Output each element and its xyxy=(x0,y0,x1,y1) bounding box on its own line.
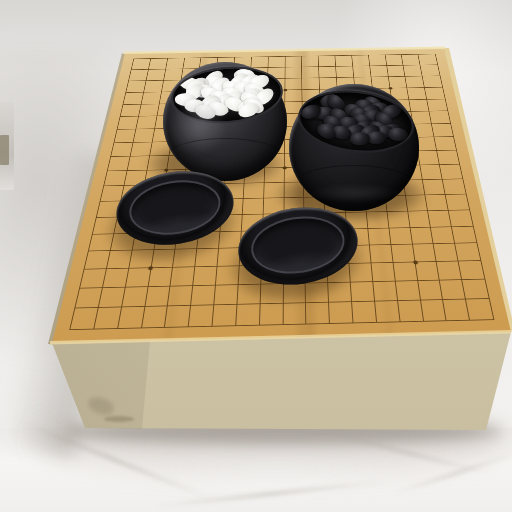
grid-cell xyxy=(443,179,466,195)
grid-cell xyxy=(302,67,319,78)
grid-cell xyxy=(389,228,412,246)
grid-cell xyxy=(189,305,214,326)
grid-cell xyxy=(430,111,451,124)
grid-cell xyxy=(319,56,336,67)
grid-cell xyxy=(335,56,353,67)
grid-cell xyxy=(369,55,387,66)
grid-cell xyxy=(423,76,443,88)
grid-cell xyxy=(462,280,488,300)
grid-cell xyxy=(260,304,284,325)
grid-cell xyxy=(268,57,285,68)
grid-cell xyxy=(243,198,264,214)
grid-cell xyxy=(319,67,337,78)
go-stone-black xyxy=(387,126,408,141)
grid-cell xyxy=(415,262,440,281)
grid-cell xyxy=(352,302,377,323)
grid-cell xyxy=(410,227,434,245)
white-stone-bowl xyxy=(163,62,287,181)
grid-cell xyxy=(420,65,439,76)
grid-cell xyxy=(391,245,415,263)
grid-cell xyxy=(387,65,406,76)
bowl-seam-line xyxy=(170,138,279,170)
grid-cell xyxy=(437,150,459,164)
grid-cell xyxy=(398,301,424,322)
grid-cell xyxy=(236,304,260,325)
grid-cell xyxy=(373,282,398,302)
grid-cell xyxy=(306,303,330,324)
grid-cell xyxy=(402,55,421,66)
grid-cell xyxy=(302,56,319,67)
grid-cell xyxy=(425,87,445,99)
grid-cell xyxy=(302,78,320,90)
grid-cell xyxy=(214,285,238,305)
grid-cell xyxy=(212,305,237,326)
grid-cell xyxy=(351,282,375,302)
grid-cell xyxy=(353,66,371,77)
grid-cell xyxy=(285,67,302,78)
grid-cell xyxy=(452,226,477,244)
grid-cell xyxy=(418,281,444,301)
grid-cell xyxy=(404,65,423,76)
grid-cell xyxy=(371,263,395,282)
background-object-detail xyxy=(0,135,9,165)
grid-cell xyxy=(385,55,403,66)
grid-cell xyxy=(251,57,268,68)
grid-cell xyxy=(122,287,148,307)
grid-cell xyxy=(375,301,400,322)
grid-cell xyxy=(329,302,353,323)
grid-cell xyxy=(285,56,302,67)
grid-cell xyxy=(455,243,480,261)
grid-cell xyxy=(165,306,191,327)
grid-cell xyxy=(421,300,447,321)
grid-cell xyxy=(407,88,427,100)
grid-cell xyxy=(368,228,391,246)
grid-cell xyxy=(432,124,453,137)
grid-cell xyxy=(191,286,216,306)
grid-cell xyxy=(440,165,463,180)
grid-cell xyxy=(125,268,151,287)
hoshi-point xyxy=(413,261,418,265)
grid-cell xyxy=(285,90,303,102)
grid-cell xyxy=(118,307,145,328)
grid-cell xyxy=(283,303,306,324)
grid-cell xyxy=(435,137,457,151)
grid-cell xyxy=(352,55,370,66)
grid-cell xyxy=(168,286,193,306)
grid-cell xyxy=(166,58,185,69)
grid-cell xyxy=(336,66,354,77)
black-stone-bowl xyxy=(289,84,419,211)
grid-cell xyxy=(409,99,429,112)
go-stone-black xyxy=(350,132,370,145)
grid-cell xyxy=(142,306,168,327)
grid-cell xyxy=(193,267,217,286)
grid-cell xyxy=(148,268,173,287)
grid-cell xyxy=(427,99,447,111)
grid-cell xyxy=(459,261,485,280)
grid-cell xyxy=(413,244,437,262)
go-set-photo xyxy=(0,0,512,512)
grid-cell xyxy=(370,245,394,263)
grid-cell xyxy=(449,210,473,227)
background-object xyxy=(0,102,14,190)
grid-cell xyxy=(466,299,493,320)
board-scuff-mark xyxy=(104,416,134,422)
grid-cell xyxy=(171,267,196,286)
grid-cell xyxy=(395,281,420,301)
grid-cell xyxy=(393,263,418,282)
grid-cell xyxy=(408,211,431,228)
grid-cell xyxy=(446,194,470,210)
grid-cell xyxy=(285,78,303,90)
bowl-base-reflection xyxy=(309,183,400,203)
grid-cell xyxy=(145,287,171,307)
grid-cell xyxy=(418,54,437,65)
grid-cell xyxy=(370,66,388,77)
grid-cell xyxy=(406,76,425,88)
hoshi-point xyxy=(388,87,392,89)
